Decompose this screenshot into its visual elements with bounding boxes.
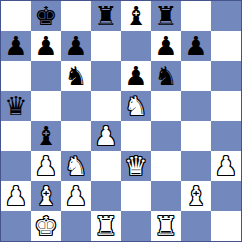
square-a1[interactable] [1, 211, 31, 241]
square-c8[interactable] [61, 1, 91, 31]
square-c3[interactable]: ♞︎ [61, 151, 91, 181]
square-b5[interactable] [31, 91, 61, 121]
square-b8[interactable]: ♚︎ [31, 1, 61, 31]
piece-black-pawn[interactable]: ♟︎ [64, 33, 87, 59]
square-e1[interactable] [121, 211, 151, 241]
square-f5[interactable] [151, 91, 181, 121]
square-d7[interactable] [91, 31, 121, 61]
piece-black-pawn[interactable]: ♟︎ [4, 33, 27, 59]
square-f2[interactable] [151, 181, 181, 211]
piece-black-knight[interactable]: ♞︎ [64, 63, 87, 89]
piece-white-knight[interactable]: ♞︎ [124, 93, 147, 119]
square-c7[interactable]: ♟︎ [61, 31, 91, 61]
square-h3[interactable]: ♟︎ [211, 151, 241, 181]
piece-white-pawn[interactable]: ♟︎ [214, 153, 237, 179]
piece-white-king[interactable]: ♚︎ [34, 213, 57, 239]
square-e4[interactable] [121, 121, 151, 151]
square-a2[interactable]: ♟︎ [1, 181, 31, 211]
square-c5[interactable] [61, 91, 91, 121]
piece-white-knight[interactable]: ♞︎ [64, 153, 87, 179]
chess-board: ♚︎♜︎♝︎♜︎♟︎♟︎♟︎♟︎♟︎♞︎♟︎♞︎♛︎♞︎♝︎♟︎♟︎♞︎♛︎♟︎… [0, 0, 242, 242]
piece-white-bishop[interactable]: ♝︎ [184, 183, 207, 209]
square-a4[interactable] [1, 121, 31, 151]
piece-white-queen[interactable]: ♛︎ [124, 153, 147, 179]
square-g2[interactable]: ♝︎ [181, 181, 211, 211]
square-g3[interactable] [181, 151, 211, 181]
square-f4[interactable] [151, 121, 181, 151]
square-d2[interactable] [91, 181, 121, 211]
square-e8[interactable]: ♝︎ [121, 1, 151, 31]
square-h5[interactable] [211, 91, 241, 121]
piece-black-pawn[interactable]: ♟︎ [154, 33, 177, 59]
square-g7[interactable]: ♟︎ [181, 31, 211, 61]
square-a3[interactable] [1, 151, 31, 181]
square-d8[interactable]: ♜︎ [91, 1, 121, 31]
piece-white-pawn[interactable]: ♟︎ [4, 183, 27, 209]
square-e7[interactable] [121, 31, 151, 61]
piece-black-bishop[interactable]: ♝︎ [34, 123, 57, 149]
piece-black-pawn[interactable]: ♟︎ [34, 33, 57, 59]
square-a5[interactable]: ♛︎ [1, 91, 31, 121]
square-f3[interactable] [151, 151, 181, 181]
piece-black-rook[interactable]: ♜︎ [94, 3, 117, 29]
square-b4[interactable]: ♝︎ [31, 121, 61, 151]
square-d1[interactable]: ♜︎ [91, 211, 121, 241]
square-f7[interactable]: ♟︎ [151, 31, 181, 61]
square-d3[interactable] [91, 151, 121, 181]
piece-black-bishop[interactable]: ♝︎ [124, 3, 147, 29]
square-e2[interactable] [121, 181, 151, 211]
square-h6[interactable] [211, 61, 241, 91]
square-e5[interactable]: ♞︎ [121, 91, 151, 121]
piece-white-pawn[interactable]: ♟︎ [94, 123, 117, 149]
square-g4[interactable] [181, 121, 211, 151]
square-e3[interactable]: ♛︎ [121, 151, 151, 181]
square-a7[interactable]: ♟︎ [1, 31, 31, 61]
square-f8[interactable]: ♜︎ [151, 1, 181, 31]
square-d6[interactable] [91, 61, 121, 91]
square-d4[interactable]: ♟︎ [91, 121, 121, 151]
square-c4[interactable] [61, 121, 91, 151]
piece-white-rook[interactable]: ♜︎ [94, 213, 117, 239]
square-f1[interactable]: ♜︎ [151, 211, 181, 241]
piece-black-rook[interactable]: ♜︎ [154, 3, 177, 29]
square-g8[interactable] [181, 1, 211, 31]
square-b6[interactable] [31, 61, 61, 91]
square-b7[interactable]: ♟︎ [31, 31, 61, 61]
piece-black-king[interactable]: ♚︎ [34, 3, 57, 29]
piece-white-pawn[interactable]: ♟︎ [34, 153, 57, 179]
square-e6[interactable]: ♟︎ [121, 61, 151, 91]
square-b1[interactable]: ♚︎ [31, 211, 61, 241]
square-f6[interactable]: ♞︎ [151, 61, 181, 91]
square-c6[interactable]: ♞︎ [61, 61, 91, 91]
square-d5[interactable] [91, 91, 121, 121]
piece-black-pawn[interactable]: ♟︎ [184, 33, 207, 59]
square-h8[interactable] [211, 1, 241, 31]
square-h1[interactable] [211, 211, 241, 241]
piece-black-knight[interactable]: ♞︎ [154, 63, 177, 89]
square-c1[interactable] [61, 211, 91, 241]
square-g6[interactable] [181, 61, 211, 91]
piece-white-bishop[interactable]: ♝︎ [34, 183, 57, 209]
square-a6[interactable] [1, 61, 31, 91]
piece-white-pawn[interactable]: ♟︎ [64, 183, 87, 209]
square-a8[interactable] [1, 1, 31, 31]
square-h2[interactable] [211, 181, 241, 211]
square-g1[interactable] [181, 211, 211, 241]
square-b3[interactable]: ♟︎ [31, 151, 61, 181]
square-g5[interactable] [181, 91, 211, 121]
piece-white-rook[interactable]: ♜︎ [154, 213, 177, 239]
piece-black-queen[interactable]: ♛︎ [4, 93, 27, 119]
square-c2[interactable]: ♟︎ [61, 181, 91, 211]
square-b2[interactable]: ♝︎ [31, 181, 61, 211]
piece-black-pawn[interactable]: ♟︎ [124, 63, 147, 89]
square-h7[interactable] [211, 31, 241, 61]
square-h4[interactable] [211, 121, 241, 151]
